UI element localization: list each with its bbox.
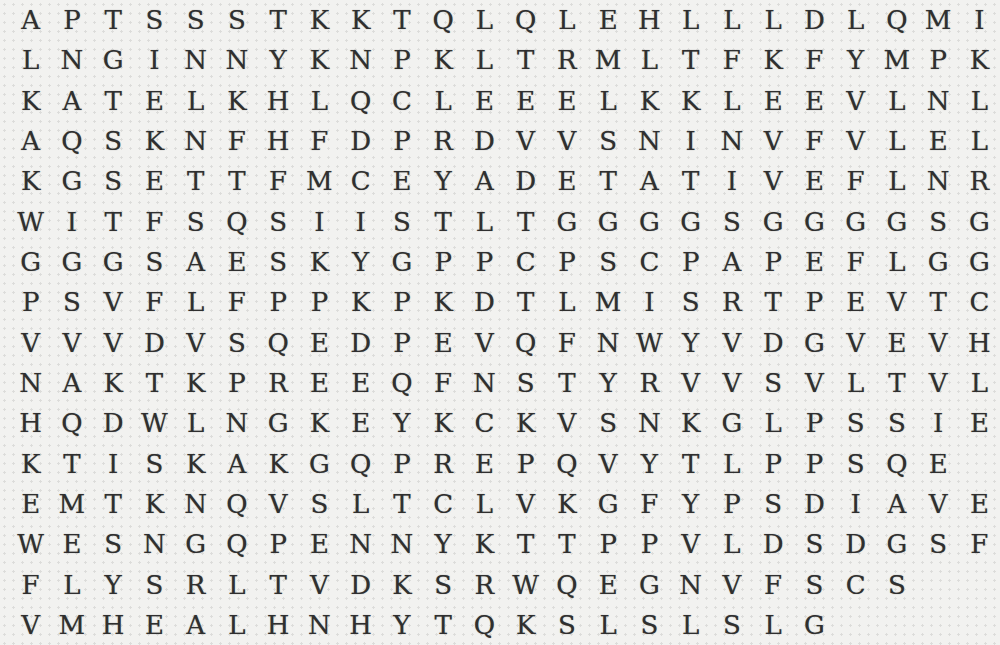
grid-cell[interactable]: E (588, 564, 629, 604)
grid-cell[interactable]: P (794, 443, 835, 483)
grid-cell[interactable]: I (93, 443, 134, 483)
grid-cell[interactable]: G (10, 242, 51, 282)
grid-cell[interactable]: V (918, 363, 959, 403)
grid-cell[interactable]: E (794, 242, 835, 282)
grid-cell[interactable]: K (10, 81, 51, 121)
grid-cell[interactable]: W (505, 564, 546, 604)
grid-cell[interactable]: V (93, 282, 134, 322)
grid-cell[interactable]: G (794, 202, 835, 242)
grid-cell[interactable]: T (258, 564, 299, 604)
grid-cell[interactable]: S (134, 242, 175, 282)
grid-cell[interactable]: C (505, 242, 546, 282)
grid-cell[interactable]: L (546, 0, 587, 40)
grid-cell[interactable]: S (93, 524, 134, 564)
grid-cell[interactable]: N (464, 363, 505, 403)
grid-cell[interactable]: K (423, 282, 464, 322)
grid-cell[interactable]: K (175, 363, 216, 403)
grid-cell[interactable]: L (588, 605, 629, 645)
grid-cell[interactable]: S (381, 202, 422, 242)
grid-cell[interactable]: M (51, 484, 92, 524)
grid-cell[interactable]: I (134, 40, 175, 80)
grid-cell[interactable]: F (216, 121, 257, 161)
grid-cell[interactable]: N (711, 121, 752, 161)
grid-cell[interactable]: N (340, 40, 381, 80)
grid-cell[interactable]: S (93, 161, 134, 201)
grid-cell[interactable]: Q (876, 0, 917, 40)
grid-cell[interactable]: L (340, 484, 381, 524)
grid-cell[interactable]: R (423, 121, 464, 161)
grid-cell[interactable]: R (711, 282, 752, 322)
grid-cell[interactable]: E (299, 524, 340, 564)
grid-cell[interactable]: N (175, 484, 216, 524)
grid-cell[interactable]: S (93, 121, 134, 161)
grid-cell[interactable]: V (711, 363, 752, 403)
grid-cell[interactable]: L (10, 40, 51, 80)
grid-cell[interactable]: G (93, 242, 134, 282)
grid-cell[interactable]: L (175, 81, 216, 121)
grid-cell[interactable]: F (258, 161, 299, 201)
grid-cell[interactable]: G (93, 40, 134, 80)
grid-cell[interactable]: N (10, 363, 51, 403)
grid-cell[interactable]: V (753, 121, 794, 161)
grid-cell[interactable]: G (711, 403, 752, 443)
grid-cell[interactable]: Q (546, 564, 587, 604)
grid-cell[interactable]: P (381, 443, 422, 483)
grid-cell[interactable]: V (670, 363, 711, 403)
grid-cell[interactable]: V (835, 121, 876, 161)
grid-cell[interactable]: M (588, 282, 629, 322)
grid-cell[interactable]: T (51, 443, 92, 483)
grid-cell[interactable]: T (918, 282, 959, 322)
grid-cell[interactable]: K (505, 605, 546, 645)
grid-cell[interactable]: N (918, 161, 959, 201)
grid-cell[interactable]: K (670, 403, 711, 443)
grid-cell[interactable]: S (299, 484, 340, 524)
grid-cell[interactable]: R (258, 363, 299, 403)
grid-cell[interactable]: K (340, 282, 381, 322)
grid-cell[interactable]: S (134, 0, 175, 40)
grid-cell[interactable]: F (835, 161, 876, 201)
grid-cell[interactable]: F (10, 564, 51, 604)
grid-cell[interactable]: T (505, 202, 546, 242)
grid-cell[interactable]: K (299, 403, 340, 443)
grid-cell[interactable]: W (629, 323, 670, 363)
grid-cell[interactable]: L (546, 282, 587, 322)
grid-cell[interactable]: P (258, 524, 299, 564)
grid-cell[interactable]: E (10, 484, 51, 524)
grid-cell[interactable]: H (258, 81, 299, 121)
grid-cell[interactable]: D (835, 524, 876, 564)
grid-cell[interactable]: V (299, 564, 340, 604)
grid-cell[interactable]: Q (464, 605, 505, 645)
grid-cell[interactable]: L (175, 282, 216, 322)
grid-cell[interactable]: Y (93, 564, 134, 604)
grid-cell[interactable]: M (876, 40, 917, 80)
grid-cell[interactable]: Y (381, 403, 422, 443)
grid-cell[interactable]: Y (629, 443, 670, 483)
grid-cell[interactable]: Q (505, 0, 546, 40)
grid-cell[interactable]: G (959, 202, 1000, 242)
grid-cell[interactable]: D (134, 323, 175, 363)
grid-cell[interactable]: K (299, 40, 340, 80)
grid-cell[interactable]: E (753, 81, 794, 121)
grid-cell[interactable]: T (93, 81, 134, 121)
grid-cell[interactable]: C (629, 242, 670, 282)
grid-cell[interactable]: L (588, 81, 629, 121)
grid-cell[interactable]: P (918, 40, 959, 80)
grid-cell[interactable]: K (546, 484, 587, 524)
grid-cell[interactable]: L (464, 484, 505, 524)
grid-cell[interactable]: K (423, 40, 464, 80)
grid-cell[interactable]: F (835, 242, 876, 282)
grid-cell[interactable]: E (794, 161, 835, 201)
grid-cell[interactable]: T (588, 161, 629, 201)
grid-cell[interactable]: D (340, 564, 381, 604)
grid-cell[interactable]: P (51, 0, 92, 40)
grid-cell[interactable]: T (670, 40, 711, 80)
grid-cell[interactable]: P (381, 323, 422, 363)
grid-cell[interactable]: Y (340, 242, 381, 282)
grid-cell[interactable]: T (423, 202, 464, 242)
grid-cell[interactable]: C (464, 403, 505, 443)
grid-cell[interactable]: S (794, 564, 835, 604)
grid-cell[interactable]: C (423, 484, 464, 524)
grid-cell[interactable]: G (753, 202, 794, 242)
grid-cell[interactable]: A (10, 121, 51, 161)
grid-cell[interactable]: D (340, 323, 381, 363)
grid-cell[interactable]: V (93, 323, 134, 363)
grid-cell[interactable]: L (629, 40, 670, 80)
grid-cell[interactable]: S (753, 363, 794, 403)
grid-cell[interactable]: K (216, 81, 257, 121)
grid-cell[interactable]: A (216, 443, 257, 483)
grid-cell[interactable]: P (10, 282, 51, 322)
grid-cell[interactable]: D (464, 121, 505, 161)
grid-cell[interactable]: K (959, 40, 1000, 80)
grid-cell[interactable]: G (51, 161, 92, 201)
grid-cell[interactable]: M (918, 0, 959, 40)
grid-cell[interactable]: E (835, 282, 876, 322)
grid-cell[interactable]: E (134, 605, 175, 645)
grid-cell[interactable]: T (546, 524, 587, 564)
grid-cell[interactable]: A (876, 484, 917, 524)
grid-cell[interactable]: T (93, 0, 134, 40)
grid-cell[interactable]: P (794, 282, 835, 322)
grid-cell[interactable]: T (258, 0, 299, 40)
grid-cell[interactable]: P (711, 484, 752, 524)
grid-cell[interactable]: E (546, 161, 587, 201)
grid-cell[interactable]: A (629, 161, 670, 201)
grid-cell[interactable]: G (876, 202, 917, 242)
grid-cell[interactable]: L (959, 81, 1000, 121)
grid-cell[interactable]: L (835, 0, 876, 40)
grid-cell[interactable]: E (959, 484, 1000, 524)
grid-cell[interactable]: K (505, 403, 546, 443)
grid-cell[interactable]: F (629, 484, 670, 524)
grid-cell[interactable]: G (629, 202, 670, 242)
grid-cell[interactable]: L (711, 443, 752, 483)
grid-cell[interactable]: K (299, 242, 340, 282)
grid-cell[interactable]: I (340, 202, 381, 242)
grid-cell[interactable]: T (505, 524, 546, 564)
grid-cell[interactable]: S (175, 0, 216, 40)
grid-cell[interactable]: G (794, 605, 835, 645)
grid-cell[interactable]: E (794, 81, 835, 121)
grid-cell[interactable]: Q (51, 403, 92, 443)
grid-cell[interactable]: S (505, 363, 546, 403)
grid-cell[interactable]: R (175, 564, 216, 604)
grid-cell[interactable]: A (464, 161, 505, 201)
grid-cell[interactable]: L (876, 121, 917, 161)
grid-cell[interactable]: R (629, 363, 670, 403)
grid-cell[interactable]: V (588, 443, 629, 483)
grid-cell[interactable]: G (588, 202, 629, 242)
grid-cell[interactable]: S (794, 524, 835, 564)
grid-cell[interactable]: W (10, 202, 51, 242)
grid-cell[interactable]: V (546, 403, 587, 443)
grid-cell[interactable]: H (629, 0, 670, 40)
grid-cell[interactable]: Q (546, 443, 587, 483)
grid-cell[interactable]: S (876, 403, 917, 443)
grid-cell[interactable]: I (711, 161, 752, 201)
grid-cell[interactable]: K (258, 443, 299, 483)
grid-cell[interactable]: K (381, 564, 422, 604)
grid-cell[interactable]: R (546, 40, 587, 80)
grid-cell[interactable]: V (918, 323, 959, 363)
grid-cell[interactable]: L (670, 605, 711, 645)
grid-cell[interactable]: T (381, 0, 422, 40)
grid-cell[interactable]: S (423, 564, 464, 604)
grid-cell[interactable]: F (959, 524, 1000, 564)
grid-cell[interactable]: E (918, 121, 959, 161)
grid-cell[interactable]: L (753, 0, 794, 40)
grid-cell[interactable]: V (505, 121, 546, 161)
grid-cell[interactable]: E (505, 81, 546, 121)
grid-cell[interactable]: Y (835, 40, 876, 80)
grid-cell[interactable]: E (546, 81, 587, 121)
grid-cell[interactable]: L (711, 0, 752, 40)
grid-cell[interactable]: E (423, 323, 464, 363)
grid-cell[interactable]: V (835, 323, 876, 363)
grid-cell[interactable]: F (134, 202, 175, 242)
grid-cell[interactable]: T (134, 363, 175, 403)
grid-cell[interactable]: N (381, 524, 422, 564)
grid-cell[interactable]: V (10, 323, 51, 363)
grid-cell[interactable]: E (464, 443, 505, 483)
grid-cell[interactable]: P (588, 524, 629, 564)
grid-cell[interactable]: S (670, 282, 711, 322)
grid-cell[interactable]: G (546, 202, 587, 242)
grid-cell[interactable]: W (134, 403, 175, 443)
grid-cell[interactable]: Q (216, 524, 257, 564)
grid-cell[interactable]: D (794, 0, 835, 40)
grid-cell[interactable]: F (134, 282, 175, 322)
grid-cell[interactable]: K (423, 403, 464, 443)
grid-cell[interactable]: H (258, 605, 299, 645)
grid-cell[interactable]: S (918, 524, 959, 564)
grid-cell[interactable]: G (670, 202, 711, 242)
grid-cell[interactable]: W (10, 524, 51, 564)
grid-cell[interactable]: E (340, 403, 381, 443)
grid-cell[interactable]: S (876, 564, 917, 604)
grid-cell[interactable]: M (588, 40, 629, 80)
grid-cell[interactable]: V (876, 282, 917, 322)
grid-cell[interactable]: N (629, 121, 670, 161)
grid-cell[interactable]: V (464, 323, 505, 363)
grid-cell[interactable]: L (423, 81, 464, 121)
grid-cell[interactable]: L (464, 202, 505, 242)
grid-cell[interactable]: L (876, 242, 917, 282)
grid-cell[interactable]: P (216, 363, 257, 403)
grid-cell[interactable]: E (216, 242, 257, 282)
grid-cell[interactable]: S (588, 242, 629, 282)
grid-cell[interactable]: L (175, 403, 216, 443)
grid-cell[interactable]: N (216, 40, 257, 80)
grid-cell[interactable]: H (959, 323, 1000, 363)
grid-cell[interactable]: I (629, 282, 670, 322)
grid-cell[interactable]: D (753, 524, 794, 564)
grid-cell[interactable]: L (753, 403, 794, 443)
grid-cell[interactable]: I (670, 121, 711, 161)
grid-cell[interactable]: E (876, 323, 917, 363)
grid-cell[interactable]: P (753, 443, 794, 483)
grid-cell[interactable]: S (588, 403, 629, 443)
grid-cell[interactable]: E (299, 363, 340, 403)
grid-cell[interactable]: F (546, 323, 587, 363)
grid-cell[interactable]: A (175, 242, 216, 282)
grid-cell[interactable]: K (629, 81, 670, 121)
grid-cell[interactable]: S (711, 605, 752, 645)
grid-cell[interactable]: G (835, 202, 876, 242)
grid-cell[interactable]: P (753, 242, 794, 282)
grid-cell[interactable]: F (794, 40, 835, 80)
grid-cell[interactable]: G (299, 443, 340, 483)
grid-cell[interactable]: D (505, 161, 546, 201)
grid-cell[interactable]: S (134, 564, 175, 604)
grid-cell[interactable]: P (794, 403, 835, 443)
grid-cell[interactable]: L (216, 605, 257, 645)
grid-cell[interactable]: K (134, 121, 175, 161)
grid-cell[interactable]: K (10, 161, 51, 201)
grid-cell[interactable]: P (299, 282, 340, 322)
grid-cell[interactable]: M (51, 605, 92, 645)
grid-cell[interactable]: Q (876, 443, 917, 483)
grid-cell[interactable]: L (216, 564, 257, 604)
grid-cell[interactable]: K (93, 363, 134, 403)
grid-cell[interactable]: Y (588, 363, 629, 403)
grid-cell[interactable]: S (629, 605, 670, 645)
grid-cell[interactable]: F (299, 121, 340, 161)
grid-cell[interactable]: G (258, 403, 299, 443)
grid-cell[interactable]: H (10, 403, 51, 443)
grid-cell[interactable]: Q (381, 363, 422, 403)
grid-cell[interactable]: L (753, 605, 794, 645)
grid-cell[interactable]: A (175, 605, 216, 645)
grid-cell[interactable]: Y (670, 323, 711, 363)
grid-cell[interactable]: G (876, 524, 917, 564)
grid-cell[interactable]: I (959, 0, 1000, 40)
grid-cell[interactable]: N (340, 524, 381, 564)
grid-cell[interactable]: K (753, 40, 794, 80)
grid-cell[interactable]: I (835, 484, 876, 524)
grid-cell[interactable]: L (959, 363, 1000, 403)
grid-cell[interactable]: Y (423, 524, 464, 564)
grid-cell[interactable]: E (299, 323, 340, 363)
grid-cell[interactable]: V (546, 121, 587, 161)
grid-cell[interactable]: Y (423, 161, 464, 201)
grid-cell[interactable]: P (381, 282, 422, 322)
grid-cell[interactable]: Y (258, 40, 299, 80)
grid-cell[interactable]: P (505, 443, 546, 483)
grid-cell[interactable]: K (464, 524, 505, 564)
grid-cell[interactable]: R (464, 564, 505, 604)
grid-cell[interactable]: D (93, 403, 134, 443)
grid-cell[interactable]: P (670, 242, 711, 282)
grid-cell[interactable]: N (175, 40, 216, 80)
grid-cell[interactable]: D (464, 282, 505, 322)
grid-cell[interactable]: E (134, 161, 175, 201)
grid-cell[interactable]: L (711, 81, 752, 121)
grid-cell[interactable]: Q (216, 484, 257, 524)
grid-cell[interactable]: L (670, 0, 711, 40)
grid-cell[interactable]: S (835, 403, 876, 443)
grid-cell[interactable]: K (340, 0, 381, 40)
grid-cell[interactable]: S (711, 202, 752, 242)
grid-cell[interactable]: K (299, 0, 340, 40)
grid-cell[interactable]: E (464, 81, 505, 121)
grid-cell[interactable]: D (340, 121, 381, 161)
grid-cell[interactable]: S (175, 202, 216, 242)
grid-cell[interactable]: I (918, 403, 959, 443)
grid-cell[interactable]: S (216, 323, 257, 363)
grid-cell[interactable]: P (381, 40, 422, 80)
grid-cell[interactable]: H (258, 121, 299, 161)
grid-cell[interactable]: M (299, 161, 340, 201)
grid-cell[interactable]: A (51, 81, 92, 121)
grid-cell[interactable]: V (794, 363, 835, 403)
grid-cell[interactable]: P (464, 242, 505, 282)
grid-cell[interactable]: Q (340, 443, 381, 483)
grid-cell[interactable]: C (340, 161, 381, 201)
grid-cell[interactable]: T (546, 363, 587, 403)
grid-cell[interactable]: S (835, 443, 876, 483)
grid-cell[interactable]: L (299, 81, 340, 121)
grid-cell[interactable]: Y (381, 605, 422, 645)
grid-cell[interactable]: T (216, 161, 257, 201)
grid-cell[interactable]: G (959, 242, 1000, 282)
grid-cell[interactable]: V (670, 524, 711, 564)
grid-cell[interactable]: L (959, 121, 1000, 161)
grid-cell[interactable]: T (93, 484, 134, 524)
grid-cell[interactable]: L (876, 161, 917, 201)
grid-cell[interactable]: D (753, 323, 794, 363)
grid-cell[interactable]: L (876, 81, 917, 121)
grid-cell[interactable]: R (423, 443, 464, 483)
grid-cell[interactable]: A (711, 242, 752, 282)
grid-cell[interactable]: F (216, 282, 257, 322)
grid-cell[interactable]: V (505, 484, 546, 524)
grid-cell[interactable]: N (51, 40, 92, 80)
grid-cell[interactable]: G (588, 484, 629, 524)
grid-cell[interactable]: E (918, 443, 959, 483)
grid-cell[interactable]: Q (505, 323, 546, 363)
grid-cell[interactable]: N (134, 524, 175, 564)
grid-cell[interactable]: H (93, 605, 134, 645)
grid-cell[interactable]: K (134, 484, 175, 524)
grid-cell[interactable]: E (340, 363, 381, 403)
grid-cell[interactable]: S (546, 605, 587, 645)
grid-cell[interactable]: T (423, 605, 464, 645)
